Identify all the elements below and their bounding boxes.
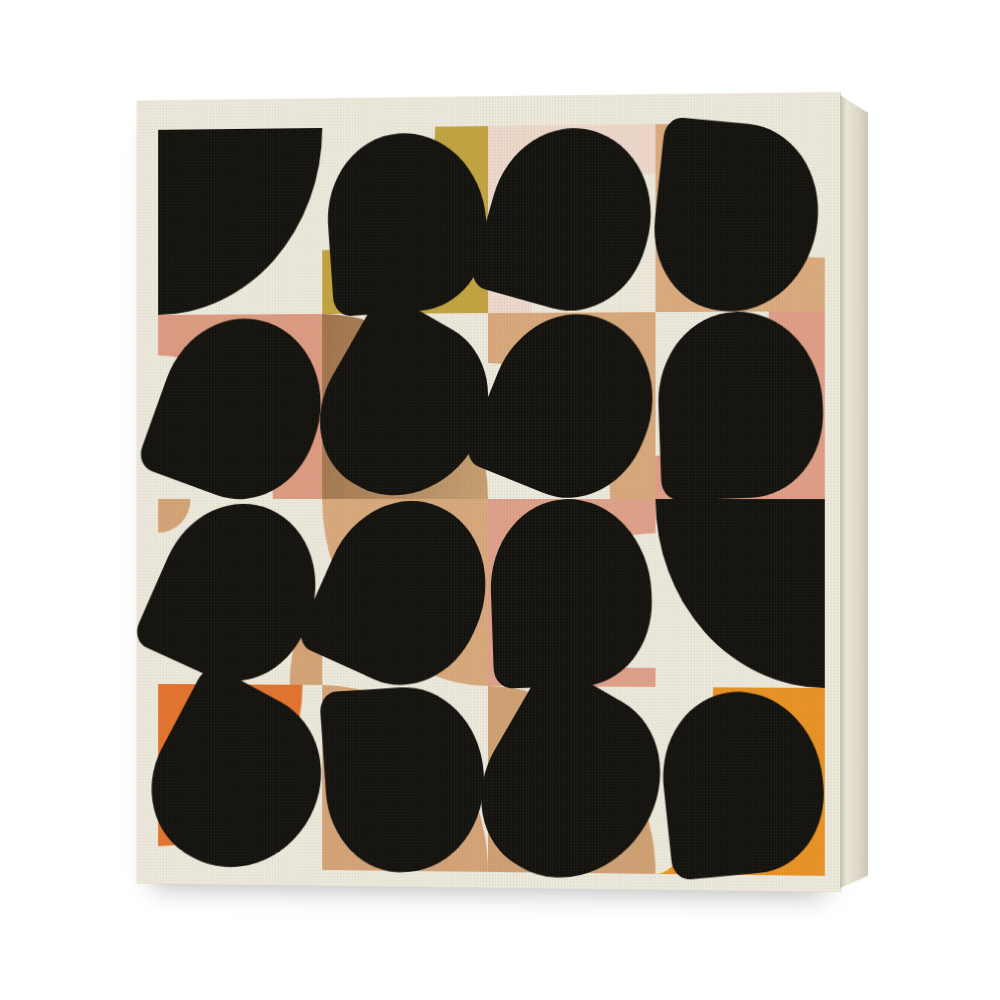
- canvas-side-edge: [840, 94, 868, 888]
- black-quarter-shape: [158, 128, 322, 314]
- canvas-print: [132, 96, 864, 888]
- art-cell-r2c1: [158, 313, 322, 498]
- art-cell-r1c4: [656, 122, 825, 311]
- black-egg-shape: [488, 496, 655, 688]
- art-cell-r4c3: [488, 685, 656, 873]
- quarter-disc-shape: [158, 499, 191, 532]
- art-cell-r4c4: [656, 686, 825, 875]
- art-cell-r1c1: [158, 128, 322, 314]
- art-grid: [158, 122, 825, 876]
- black-egg-shape: [655, 309, 826, 501]
- canvas-tilt-wrapper: [137, 91, 868, 892]
- mockup-scene: [0, 0, 1000, 1000]
- art-cell-r2c2: [322, 313, 488, 499]
- art-cell-r2c4: [656, 311, 825, 499]
- art-cell-r2c3: [488, 312, 656, 499]
- art-cell-r4c1: [158, 683, 322, 869]
- art-cell-r4c2: [322, 684, 488, 871]
- art-cell-r1c2: [322, 126, 488, 313]
- art-cell-r3c3: [488, 499, 656, 686]
- art-cell-r3c2: [322, 499, 488, 685]
- art-cell-r3c4: [656, 499, 825, 687]
- canvas-face: [137, 92, 841, 892]
- art-cell-r3c1: [158, 499, 322, 685]
- black-quarter-shape: [656, 499, 825, 687]
- art-cell-r1c3: [488, 124, 656, 312]
